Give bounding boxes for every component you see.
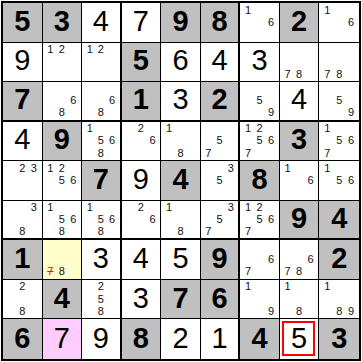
empty-candidate-slot — [333, 83, 345, 95]
cell-r5c4[interactable]: 9 — [122, 161, 162, 201]
pencil-marks: 12 — [82, 43, 120, 82]
empty-candidate-slot — [214, 202, 225, 214]
empty-candidate-slot — [186, 147, 198, 159]
candidate-8: 8 — [17, 305, 29, 317]
empty-candidate-slot — [345, 187, 357, 199]
empty-candidate-slot — [265, 202, 277, 214]
cell-r1c8[interactable]: 2 — [280, 3, 320, 43]
cell-r5c8[interactable]: 16 — [280, 161, 320, 201]
empty-candidate-slot — [225, 123, 236, 135]
cell-r5c5[interactable]: 4 — [161, 161, 201, 201]
cell-r1c4[interactable]: 7 — [122, 3, 162, 43]
candidate-2: 2 — [254, 202, 266, 214]
cell-r1c5[interactable]: 9 — [161, 3, 201, 43]
solved-digit: 3 — [93, 244, 109, 273]
empty-candidate-slot — [28, 225, 40, 237]
cell-r8c7[interactable]: 19 — [240, 280, 280, 320]
empty-candidate-slot — [345, 83, 357, 95]
empty-candidate-slot — [5, 174, 17, 186]
solved-digit: 1 — [211, 324, 227, 353]
empty-candidate-slot — [254, 266, 266, 278]
candidate-5: 5 — [56, 214, 68, 226]
candidate-1: 1 — [84, 123, 95, 135]
cell-r3c4[interactable]: 1 — [122, 82, 162, 122]
empty-candidate-slot — [345, 162, 357, 174]
candidate-2: 2 — [95, 44, 106, 56]
cell-r6c1[interactable]: 38 — [3, 201, 43, 241]
empty-candidate-slot — [5, 305, 17, 317]
cell-r8c5[interactable]: 7 — [161, 280, 201, 320]
cell-r4c4[interactable]: 26 — [122, 122, 162, 162]
pencil-marks: 16 — [280, 161, 319, 200]
candidate-9: 9 — [265, 107, 277, 119]
cell-r9c6[interactable]: 1 — [201, 319, 241, 359]
given-digit: 2 — [291, 7, 307, 36]
candidate-6: 6 — [106, 214, 117, 226]
cell-r7c5[interactable]: 5 — [161, 240, 201, 280]
sudoku-board: 5347981621691212564378787686813259459491… — [1, 1, 361, 361]
empty-candidate-slot — [186, 225, 198, 237]
cell-r2c4[interactable]: 5 — [122, 43, 162, 83]
candidate-1: 1 — [242, 123, 254, 135]
cell-r7c9[interactable]: 2 — [319, 240, 359, 280]
pencil-marks: 1567 — [319, 122, 359, 161]
cell-r2c5[interactable]: 6 — [161, 43, 201, 83]
candidate-1: 1 — [45, 162, 57, 174]
cell-r7c2[interactable]: 78 — [43, 240, 83, 280]
empty-candidate-slot — [106, 225, 117, 237]
pencil-marks: 78 — [319, 43, 359, 82]
empty-candidate-slot — [45, 187, 57, 199]
cell-r2c3[interactable]: 12 — [82, 43, 122, 83]
solved-digit: 4 — [291, 85, 307, 114]
empty-candidate-slot — [254, 147, 266, 159]
cell-r2c9[interactable]: 78 — [319, 43, 359, 83]
cell-r2c8[interactable]: 78 — [280, 43, 320, 83]
solved-digit: 2 — [172, 324, 188, 353]
cell-r8c1[interactable]: 28 — [3, 280, 43, 320]
empty-candidate-slot — [254, 293, 266, 305]
pencil-marks: 67 — [240, 240, 279, 279]
solved-digit: 7 — [133, 7, 149, 36]
empty-candidate-slot — [203, 174, 214, 186]
cell-r1c1[interactable]: 5 — [3, 3, 43, 43]
empty-candidate-slot — [282, 305, 294, 317]
empty-candidate-slot — [45, 225, 57, 237]
cell-r6c2[interactable]: 1568 — [43, 201, 83, 241]
cell-r3c2[interactable]: 68 — [43, 82, 83, 122]
candidate-1: 1 — [45, 202, 57, 214]
solved-digit: 7 — [54, 324, 70, 353]
given-digit: 2 — [211, 85, 227, 114]
pencil-marks: 68 — [82, 82, 120, 120]
cell-r8c9[interactable]: 189 — [319, 280, 359, 320]
empty-candidate-slot — [147, 147, 159, 159]
cell-r6c7[interactable]: 12567 — [240, 201, 280, 241]
empty-candidate-slot — [68, 266, 80, 278]
empty-candidate-slot — [56, 56, 68, 68]
empty-candidate-slot — [321, 44, 333, 56]
cell-r7c3[interactable]: 3 — [82, 240, 122, 280]
cell-r8c8[interactable]: 18 — [280, 280, 320, 320]
candidate-6: 6 — [147, 214, 159, 226]
candidate-6: 6 — [345, 135, 357, 147]
empty-candidate-slot — [242, 28, 254, 40]
candidate-2: 2 — [17, 281, 29, 293]
empty-candidate-slot — [293, 162, 305, 174]
cell-r2c7[interactable]: 3 — [240, 43, 280, 83]
candidate-5: 5 — [214, 174, 225, 186]
empty-candidate-slot — [5, 162, 17, 174]
solved-digit: 3 — [172, 85, 188, 114]
solved-digit: 4 — [93, 7, 109, 36]
empty-candidate-slot — [124, 202, 136, 214]
pencil-marks: 35 — [201, 161, 239, 200]
candidate-8: 8 — [95, 305, 106, 317]
empty-candidate-slot — [56, 95, 68, 107]
candidate-1: 1 — [163, 123, 175, 135]
empty-candidate-slot — [254, 281, 266, 293]
empty-candidate-slot — [68, 241, 80, 253]
empty-candidate-slot — [84, 293, 95, 305]
cell-r3c6[interactable]: 2 — [201, 82, 241, 122]
candidate-3: 3 — [28, 202, 40, 214]
cell-r7c1[interactable]: 1 — [3, 240, 43, 280]
empty-candidate-slot — [321, 293, 333, 305]
candidate-2: 2 — [254, 123, 266, 135]
empty-candidate-slot — [84, 95, 95, 107]
cell-r1c2[interactable]: 3 — [43, 3, 83, 43]
cell-r3c1[interactable]: 7 — [3, 82, 43, 122]
candidate-1: 1 — [321, 123, 333, 135]
pencil-marks: 12 — [43, 43, 82, 82]
pencil-marks: 357 — [201, 201, 239, 239]
empty-candidate-slot — [321, 305, 333, 317]
empty-candidate-slot — [214, 123, 225, 135]
pencil-marks: 68 — [43, 82, 82, 120]
candidate-8: 8 — [175, 225, 187, 237]
empty-candidate-slot — [242, 254, 254, 266]
empty-candidate-slot — [28, 214, 40, 226]
empty-candidate-slot — [345, 147, 357, 159]
solved-digit: 4 — [211, 46, 227, 75]
candidate-7: 7 — [203, 147, 214, 159]
solved-digit: 3 — [252, 46, 268, 75]
cell-r8c2[interactable]: 4 — [43, 280, 83, 320]
pencil-marks: 189 — [319, 280, 359, 319]
empty-candidate-slot — [95, 56, 106, 68]
candidate-2: 2 — [95, 281, 106, 293]
cell-r5c7[interactable]: 8 — [240, 161, 280, 201]
empty-candidate-slot — [68, 68, 80, 80]
candidate-5: 5 — [95, 135, 106, 147]
empty-candidate-slot — [242, 135, 254, 147]
empty-candidate-slot — [135, 135, 147, 147]
empty-candidate-slot — [345, 123, 357, 135]
empty-candidate-slot — [254, 107, 266, 119]
empty-candidate-slot — [163, 147, 175, 159]
candidate-7: 7 — [45, 266, 57, 278]
empty-candidate-slot — [68, 44, 80, 56]
empty-candidate-slot — [203, 214, 214, 226]
cell-r9c5[interactable]: 2 — [161, 319, 201, 359]
candidate-6: 6 — [147, 135, 159, 147]
cell-r4c8[interactable]: 3 — [280, 122, 320, 162]
empty-candidate-slot — [28, 174, 40, 186]
cell-r5c3[interactable]: 7 — [82, 161, 122, 201]
cell-r9c7[interactable]: 4 — [240, 319, 280, 359]
empty-candidate-slot — [293, 56, 305, 68]
cell-r9c9[interactable]: 3 — [319, 319, 359, 359]
cell-r8c3[interactable]: 258 — [82, 280, 122, 320]
cell-r4c9[interactable]: 1567 — [319, 122, 359, 162]
empty-candidate-slot — [163, 214, 175, 226]
empty-candidate-slot — [345, 56, 357, 68]
empty-candidate-slot — [95, 202, 106, 214]
empty-candidate-slot — [333, 281, 345, 293]
solved-digit: 5 — [291, 324, 307, 353]
empty-candidate-slot — [225, 225, 236, 237]
pencil-marks: 18 — [161, 122, 200, 161]
pencil-marks: 18 — [280, 280, 319, 319]
empty-candidate-slot — [124, 214, 136, 226]
empty-candidate-slot — [68, 254, 80, 266]
cell-r5c6[interactable]: 35 — [201, 161, 241, 201]
cell-r6c5[interactable]: 18 — [161, 201, 201, 241]
cell-r5c2[interactable]: 1256 — [43, 161, 83, 201]
empty-candidate-slot — [106, 56, 117, 68]
empty-candidate-slot — [345, 293, 357, 305]
cell-r4c7[interactable]: 12567 — [240, 122, 280, 162]
pencil-marks: 1568 — [82, 122, 120, 161]
cell-r4c5[interactable]: 18 — [161, 122, 201, 162]
given-digit: 4 — [172, 165, 188, 194]
cell-r3c5[interactable]: 3 — [161, 82, 201, 122]
given-digit: 8 — [252, 165, 268, 194]
empty-candidate-slot — [345, 28, 357, 40]
empty-candidate-slot — [106, 83, 117, 95]
cell-r7c6[interactable]: 9 — [201, 240, 241, 280]
empty-candidate-slot — [254, 16, 266, 28]
candidate-6: 6 — [68, 95, 80, 107]
empty-candidate-slot — [333, 28, 345, 40]
candidate-9: 9 — [345, 107, 357, 119]
candidate-8: 8 — [333, 305, 345, 317]
given-digit: 5 — [14, 7, 30, 36]
given-digit: 4 — [252, 324, 268, 353]
empty-candidate-slot — [28, 187, 40, 199]
empty-candidate-slot — [45, 68, 57, 80]
empty-candidate-slot — [254, 254, 266, 266]
solved-digit: 5 — [172, 244, 188, 273]
empty-candidate-slot — [242, 83, 254, 95]
cell-r9c4[interactable]: 8 — [122, 319, 162, 359]
pencil-marks: 16 — [240, 3, 279, 42]
empty-candidate-slot — [293, 293, 305, 305]
empty-candidate-slot — [254, 241, 266, 253]
solved-digit: 9 — [93, 324, 109, 353]
cell-r9c3[interactable]: 9 — [82, 319, 122, 359]
cell-r6c9[interactable]: 4 — [319, 201, 359, 241]
empty-candidate-slot — [321, 135, 333, 147]
empty-candidate-slot — [282, 174, 294, 186]
cell-r1c6[interactable]: 8 — [201, 3, 241, 43]
empty-candidate-slot — [186, 123, 198, 135]
empty-candidate-slot — [305, 305, 317, 317]
empty-candidate-slot — [265, 4, 277, 16]
candidate-5: 5 — [95, 214, 106, 226]
cell-r7c7[interactable]: 67 — [240, 240, 280, 280]
candidate-6: 6 — [265, 214, 277, 226]
cell-r4c3[interactable]: 1568 — [82, 122, 122, 162]
cell-r4c2[interactable]: 9 — [43, 122, 83, 162]
cell-r6c3[interactable]: 1568 — [82, 201, 122, 241]
candidate-1: 1 — [321, 162, 333, 174]
candidate-8: 8 — [293, 68, 305, 80]
empty-candidate-slot — [45, 254, 57, 266]
candidate-1: 1 — [282, 162, 294, 174]
empty-candidate-slot — [135, 214, 147, 226]
candidate-7: 7 — [321, 147, 333, 159]
empty-candidate-slot — [265, 95, 277, 107]
empty-candidate-slot — [84, 305, 95, 317]
candidate-9: 9 — [265, 305, 277, 317]
empty-candidate-slot — [305, 187, 317, 199]
empty-candidate-slot — [321, 187, 333, 199]
empty-candidate-slot — [95, 83, 106, 95]
solved-digit: 4 — [14, 125, 30, 154]
cell-r7c8[interactable]: 678 — [280, 240, 320, 280]
empty-candidate-slot — [305, 266, 317, 278]
cell-r4c6[interactable]: 57 — [201, 122, 241, 162]
empty-candidate-slot — [225, 187, 236, 199]
given-digit: 3 — [331, 324, 347, 353]
cell-r5c1[interactable]: 23 — [3, 161, 43, 201]
candidate-1: 1 — [321, 4, 333, 16]
candidate-5: 5 — [254, 135, 266, 147]
candidate-6: 6 — [265, 135, 277, 147]
empty-candidate-slot — [56, 83, 68, 95]
empty-candidate-slot — [17, 187, 29, 199]
cell-r8c4[interactable]: 3 — [122, 280, 162, 320]
empty-candidate-slot — [214, 187, 225, 199]
empty-candidate-slot — [321, 16, 333, 28]
empty-candidate-slot — [333, 56, 345, 68]
candidate-5: 5 — [214, 214, 225, 226]
cell-r7c4[interactable]: 4 — [122, 240, 162, 280]
empty-candidate-slot — [175, 214, 187, 226]
cell-r9c8[interactable]: 5 — [280, 319, 320, 359]
cell-r9c1[interactable]: 6 — [3, 319, 43, 359]
candidate-7: 7 — [282, 68, 294, 80]
empty-candidate-slot — [95, 95, 106, 107]
given-digit: 1 — [14, 244, 30, 273]
empty-candidate-slot — [56, 187, 68, 199]
empty-candidate-slot — [147, 123, 159, 135]
pencil-marks: 19 — [240, 280, 279, 319]
pencil-marks: 12567 — [240, 201, 279, 239]
empty-candidate-slot — [17, 293, 29, 305]
cell-r2c6[interactable]: 4 — [201, 43, 241, 83]
empty-candidate-slot — [282, 293, 294, 305]
empty-candidate-slot — [242, 293, 254, 305]
cell-r5c9[interactable]: 156 — [319, 161, 359, 201]
empty-candidate-slot — [5, 225, 17, 237]
given-digit: 8 — [211, 7, 227, 36]
empty-candidate-slot — [333, 44, 345, 56]
empty-candidate-slot — [124, 147, 136, 159]
candidate-7: 7 — [203, 225, 214, 237]
empty-candidate-slot — [282, 187, 294, 199]
empty-candidate-slot — [124, 225, 136, 237]
candidate-7: 7 — [242, 225, 254, 237]
empty-candidate-slot — [265, 28, 277, 40]
cell-r2c2[interactable]: 12 — [43, 43, 83, 83]
pencil-marks: 38 — [3, 201, 42, 239]
empty-candidate-slot — [5, 293, 17, 305]
empty-candidate-slot — [254, 28, 266, 40]
given-digit: 7 — [172, 284, 188, 313]
empty-candidate-slot — [186, 135, 198, 147]
pencil-marks: 678 — [280, 240, 319, 279]
empty-candidate-slot — [84, 135, 95, 147]
empty-candidate-slot — [45, 107, 57, 119]
candidate-6: 6 — [68, 214, 80, 226]
empty-candidate-slot — [5, 187, 17, 199]
cell-r1c9[interactable]: 16 — [319, 3, 359, 43]
empty-candidate-slot — [305, 281, 317, 293]
empty-candidate-slot — [293, 281, 305, 293]
pencil-marks: 57 — [201, 122, 239, 161]
cell-r8c6[interactable]: 6 — [201, 280, 241, 320]
empty-candidate-slot — [254, 305, 266, 317]
cell-r3c8[interactable]: 4 — [280, 82, 320, 122]
empty-candidate-slot — [45, 214, 57, 226]
cell-r1c7[interactable]: 16 — [240, 3, 280, 43]
empty-candidate-slot — [242, 214, 254, 226]
empty-candidate-slot — [345, 4, 357, 16]
cell-r9c2[interactable]: 7 — [43, 319, 83, 359]
empty-candidate-slot — [333, 293, 345, 305]
cell-r2c1[interactable]: 9 — [3, 43, 43, 83]
empty-candidate-slot — [106, 147, 117, 159]
empty-candidate-slot — [345, 95, 357, 107]
empty-candidate-slot — [214, 225, 225, 237]
pencil-marks: 1568 — [82, 201, 120, 239]
pencil-marks: 59 — [319, 82, 359, 120]
candidate-9: 9 — [345, 305, 357, 317]
cell-r4c1[interactable]: 4 — [3, 122, 43, 162]
cell-r6c6[interactable]: 357 — [201, 201, 241, 241]
cell-r3c3[interactable]: 68 — [82, 82, 122, 122]
empty-candidate-slot — [225, 147, 236, 159]
empty-candidate-slot — [56, 68, 68, 80]
cell-r3c9[interactable]: 59 — [319, 82, 359, 122]
candidate-3: 3 — [225, 162, 236, 174]
empty-candidate-slot — [56, 202, 68, 214]
cell-r3c7[interactable]: 59 — [240, 82, 280, 122]
given-digit: 2 — [331, 244, 347, 273]
empty-candidate-slot — [293, 187, 305, 199]
candidate-1: 1 — [163, 202, 175, 214]
empty-candidate-slot — [68, 56, 80, 68]
cell-r6c4[interactable]: 26 — [122, 201, 162, 241]
pencil-marks: 23 — [3, 161, 42, 200]
cell-r6c8[interactable]: 9 — [280, 201, 320, 241]
empty-candidate-slot — [225, 135, 236, 147]
empty-candidate-slot — [17, 202, 29, 214]
cell-r1c3[interactable]: 4 — [82, 3, 122, 43]
